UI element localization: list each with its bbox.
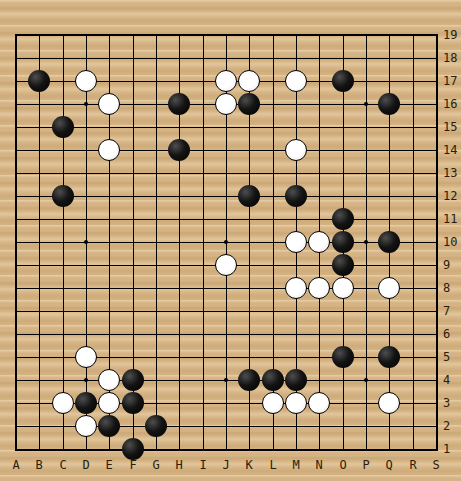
black-stone[interactable] bbox=[28, 70, 50, 92]
white-stone[interactable] bbox=[378, 277, 400, 299]
white-stone[interactable] bbox=[215, 254, 237, 276]
row-label: 9 bbox=[443, 259, 450, 271]
white-stone[interactable] bbox=[308, 392, 330, 414]
row-label: 11 bbox=[443, 213, 457, 225]
black-stone[interactable] bbox=[332, 70, 354, 92]
black-stone[interactable] bbox=[122, 392, 144, 414]
column-label: O bbox=[339, 459, 346, 471]
white-stone[interactable] bbox=[285, 231, 307, 253]
column-label: G bbox=[152, 459, 159, 471]
white-stone[interactable] bbox=[285, 139, 307, 161]
white-stone[interactable] bbox=[215, 93, 237, 115]
white-stone[interactable] bbox=[75, 346, 97, 368]
star-point bbox=[364, 240, 368, 244]
black-stone[interactable] bbox=[168, 139, 190, 161]
black-stone[interactable] bbox=[285, 369, 307, 391]
black-stone[interactable] bbox=[145, 415, 167, 437]
white-stone[interactable] bbox=[98, 93, 120, 115]
column-label: I bbox=[199, 459, 206, 471]
black-stone[interactable] bbox=[332, 208, 354, 230]
star-point bbox=[364, 378, 368, 382]
white-stone[interactable] bbox=[308, 231, 330, 253]
row-label: 3 bbox=[443, 397, 450, 409]
black-stone[interactable] bbox=[98, 415, 120, 437]
column-label: J bbox=[222, 459, 229, 471]
white-stone[interactable] bbox=[98, 369, 120, 391]
black-stone[interactable] bbox=[52, 185, 74, 207]
black-stone[interactable] bbox=[75, 392, 97, 414]
column-label: A bbox=[12, 459, 19, 471]
star-point bbox=[84, 378, 88, 382]
star-point bbox=[364, 102, 368, 106]
row-label: 5 bbox=[443, 351, 450, 363]
black-stone[interactable] bbox=[378, 231, 400, 253]
black-stone[interactable] bbox=[332, 254, 354, 276]
column-label: H bbox=[175, 459, 182, 471]
black-stone[interactable] bbox=[122, 369, 144, 391]
black-stone[interactable] bbox=[238, 185, 260, 207]
row-label: 10 bbox=[443, 236, 457, 248]
black-stone[interactable] bbox=[168, 93, 190, 115]
row-label: 16 bbox=[443, 98, 457, 110]
column-label: R bbox=[409, 459, 416, 471]
white-stone[interactable] bbox=[98, 139, 120, 161]
black-stone[interactable] bbox=[238, 93, 260, 115]
star-point bbox=[84, 102, 88, 106]
column-label: Q bbox=[385, 459, 392, 471]
row-label: 14 bbox=[443, 144, 457, 156]
column-label: M bbox=[292, 459, 299, 471]
white-stone[interactable] bbox=[98, 392, 120, 414]
column-label: L bbox=[269, 459, 276, 471]
row-label: 1 bbox=[443, 443, 450, 455]
white-stone[interactable] bbox=[262, 392, 284, 414]
row-label: 15 bbox=[443, 121, 457, 133]
white-stone[interactable] bbox=[52, 392, 74, 414]
row-label: 12 bbox=[443, 190, 457, 202]
white-stone[interactable] bbox=[75, 70, 97, 92]
white-stone[interactable] bbox=[75, 415, 97, 437]
black-stone[interactable] bbox=[378, 93, 400, 115]
black-stone[interactable] bbox=[122, 438, 144, 460]
white-stone[interactable] bbox=[308, 277, 330, 299]
star-point bbox=[224, 378, 228, 382]
white-stone[interactable] bbox=[332, 277, 354, 299]
black-stone[interactable] bbox=[262, 369, 284, 391]
row-label: 7 bbox=[443, 305, 450, 317]
row-label: 13 bbox=[443, 167, 457, 179]
star-point bbox=[84, 240, 88, 244]
black-stone[interactable] bbox=[332, 346, 354, 368]
column-label: E bbox=[105, 459, 112, 471]
column-label: S bbox=[432, 459, 439, 471]
row-label: 4 bbox=[443, 374, 450, 386]
row-label: 8 bbox=[443, 282, 450, 294]
column-label: K bbox=[245, 459, 252, 471]
black-stone[interactable] bbox=[285, 185, 307, 207]
go-board[interactable]: ABCDEFGHIJKLMNOPQRS191817161514131211109… bbox=[0, 0, 461, 481]
column-label: C bbox=[59, 459, 66, 471]
white-stone[interactable] bbox=[378, 392, 400, 414]
black-stone[interactable] bbox=[238, 369, 260, 391]
white-stone[interactable] bbox=[285, 70, 307, 92]
row-label: 19 bbox=[443, 29, 457, 41]
row-label: 2 bbox=[443, 420, 450, 432]
column-label: F bbox=[129, 459, 136, 471]
black-stone[interactable] bbox=[52, 116, 74, 138]
column-label: D bbox=[82, 459, 89, 471]
white-stone[interactable] bbox=[285, 392, 307, 414]
row-label: 6 bbox=[443, 328, 450, 340]
column-label: B bbox=[35, 459, 42, 471]
white-stone[interactable] bbox=[285, 277, 307, 299]
white-stone[interactable] bbox=[238, 70, 260, 92]
star-point bbox=[224, 240, 228, 244]
column-label: P bbox=[362, 459, 369, 471]
row-label: 18 bbox=[443, 52, 457, 64]
row-label: 17 bbox=[443, 75, 457, 87]
black-stone[interactable] bbox=[378, 346, 400, 368]
black-stone[interactable] bbox=[332, 231, 354, 253]
column-label: N bbox=[315, 459, 322, 471]
white-stone[interactable] bbox=[215, 70, 237, 92]
